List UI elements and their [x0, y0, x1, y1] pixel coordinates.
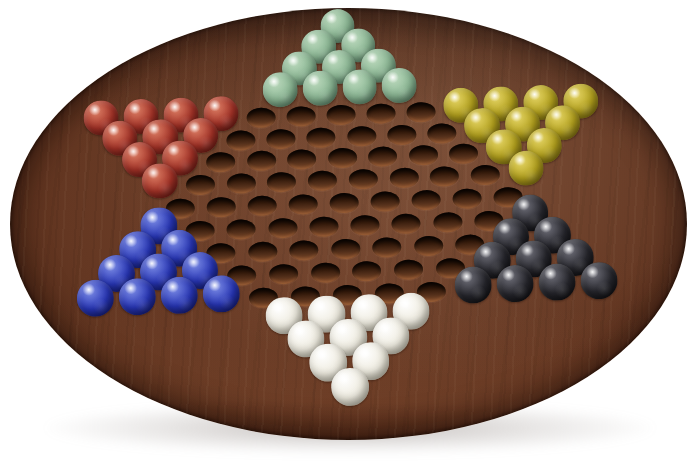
hole-r8c9[interactable]	[471, 165, 501, 186]
hole-r12c8[interactable]	[394, 259, 424, 280]
marble-black-r13c13[interactable]	[579, 261, 617, 299]
marble-green-r4c1[interactable]	[262, 72, 298, 108]
hole-r11c8[interactable]	[413, 235, 443, 256]
hole-r5c8[interactable]	[366, 103, 396, 124]
marble-green-r4c4[interactable]	[381, 68, 417, 104]
marble-black-r13c11[interactable]	[495, 264, 533, 302]
hole-r9c7[interactable]	[411, 189, 441, 210]
chinese-checkers-scene	[0, 0, 695, 461]
hole-r7c5[interactable]	[287, 149, 317, 170]
hole-r7c6[interactable]	[327, 148, 357, 169]
hole-r6c5[interactable]	[266, 128, 296, 149]
hole-r6c4[interactable]	[226, 130, 256, 151]
hole-r6c6[interactable]	[306, 127, 336, 148]
hole-r9c6[interactable]	[370, 191, 400, 212]
hole-r5c6[interactable]	[286, 106, 316, 127]
hole-r7c4[interactable]	[246, 151, 276, 172]
hole-r12c7[interactable]	[352, 261, 382, 282]
marble-red-r8c1[interactable]	[141, 162, 178, 199]
hole-r9c3[interactable]	[247, 195, 277, 216]
hole-r8c8[interactable]	[430, 166, 460, 187]
hole-r9c2[interactable]	[206, 197, 236, 218]
hole-r7c3[interactable]	[206, 152, 236, 173]
marble-black-r13c12[interactable]	[537, 263, 575, 301]
marble-blue-r13c1[interactable]	[76, 279, 114, 317]
hole-r9c8[interactable]	[452, 188, 482, 209]
hole-r7c9[interactable]	[449, 144, 479, 165]
hole-r5c5[interactable]	[246, 107, 276, 128]
marble-blue-r13c4[interactable]	[202, 275, 240, 313]
marble-green-r4c2[interactable]	[302, 71, 338, 107]
hole-grid	[0, 0, 695, 461]
hole-r6c8[interactable]	[387, 124, 417, 145]
hole-r9c4[interactable]	[288, 194, 318, 215]
hole-r5c7[interactable]	[326, 105, 356, 126]
hole-r7c7[interactable]	[368, 146, 398, 167]
hole-r7c8[interactable]	[408, 145, 438, 166]
hole-r10c5[interactable]	[309, 216, 339, 237]
hole-r12c5[interactable]	[269, 263, 299, 284]
hole-r11c4[interactable]	[247, 241, 277, 262]
hole-r11c6[interactable]	[330, 238, 360, 259]
hole-r9c5[interactable]	[329, 192, 359, 213]
hole-r6c9[interactable]	[427, 123, 457, 144]
marble-black-r13c10[interactable]	[453, 266, 491, 304]
hole-r8c7[interactable]	[389, 168, 419, 189]
hole-r12c6[interactable]	[310, 262, 340, 283]
hole-r10c4[interactable]	[268, 217, 298, 238]
hole-r6c7[interactable]	[347, 125, 377, 146]
hole-r8c4[interactable]	[267, 172, 297, 193]
hole-r10c6[interactable]	[350, 214, 380, 235]
hole-r11c5[interactable]	[289, 239, 319, 260]
marble-blue-r13c3[interactable]	[160, 276, 198, 314]
hole-r8c5[interactable]	[308, 171, 338, 192]
marble-white-r17c1[interactable]	[330, 367, 369, 406]
hole-r5c9[interactable]	[406, 102, 436, 123]
hole-r10c7[interactable]	[391, 213, 421, 234]
marble-blue-r13c2[interactable]	[118, 278, 156, 316]
hole-r10c3[interactable]	[227, 219, 257, 240]
hole-r8c2[interactable]	[186, 175, 216, 196]
hole-r8c6[interactable]	[348, 169, 378, 190]
hole-r11c7[interactable]	[372, 237, 402, 258]
hole-r8c3[interactable]	[226, 173, 256, 194]
hole-r10c8[interactable]	[433, 211, 463, 232]
